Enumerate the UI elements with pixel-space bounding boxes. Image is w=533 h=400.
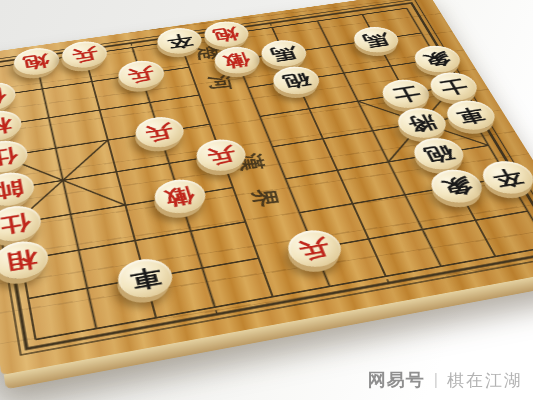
piece-character: 僌 xyxy=(221,51,252,70)
piece-character: 帥 xyxy=(0,177,25,200)
piece-character: 砲 xyxy=(280,71,313,90)
piece-character: 馬 xyxy=(268,44,300,62)
xiangqi-board[interactable]: 楚河漢界 俥相仕帥仕相炮兵兵兵兵兵炮僌僌卒馬馬砲象士士車將砲象卒車 xyxy=(0,0,533,375)
piece-character: 仕 xyxy=(0,211,32,236)
piece-character: 兵 xyxy=(126,65,157,84)
piece-character: 卒 xyxy=(165,32,195,50)
piece-character: 僌 xyxy=(162,185,197,209)
piece-character: 車 xyxy=(127,265,163,292)
photo-stage: 楚河漢界 俥相仕帥仕相炮兵兵兵兵兵炮僌僌卒馬馬砲象士士車將砲象卒車 网易号 | … xyxy=(0,0,533,400)
piece-character: 兵 xyxy=(204,144,238,166)
piece-character: 象 xyxy=(420,50,453,69)
piece-character: 炮 xyxy=(22,52,51,71)
watermark-title: 棋在江湖 xyxy=(447,369,523,392)
watermark-separator: | xyxy=(434,371,438,389)
piece-character: 仕 xyxy=(0,146,19,168)
piece-character: 象 xyxy=(438,175,475,198)
piece-character: 卒 xyxy=(489,166,527,189)
piece-character: 士 xyxy=(389,84,423,104)
piece-character: 相 xyxy=(4,247,38,273)
piece-character: 車 xyxy=(453,105,488,126)
river-char-4: 界 xyxy=(245,187,285,209)
watermark: 网易号 | 棋在江湖 xyxy=(368,368,523,392)
watermark-brand: 网易号 xyxy=(368,368,425,392)
piece-character: 士 xyxy=(436,77,470,97)
piece-character: 將 xyxy=(404,113,439,134)
piece-character: 兵 xyxy=(295,236,333,262)
piece-character: 砲 xyxy=(421,143,457,165)
piece-character: 兵 xyxy=(143,122,176,143)
piece-character: 相 xyxy=(0,115,13,136)
river-char-2: 河 xyxy=(202,74,238,92)
piece-character: 俥 xyxy=(0,86,7,106)
piece-character: 兵 xyxy=(70,45,100,63)
piece-character: 炮 xyxy=(211,25,241,43)
piece-character: 馬 xyxy=(360,31,392,49)
